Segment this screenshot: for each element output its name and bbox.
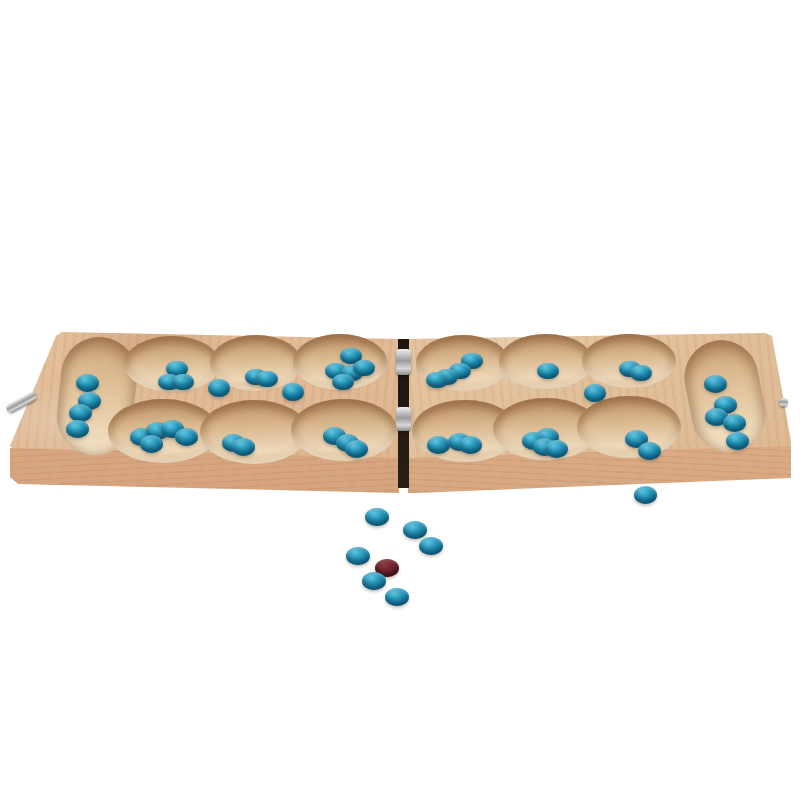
bead-teal	[537, 363, 558, 380]
bead-teal	[726, 432, 749, 450]
bead-teal	[353, 360, 374, 377]
bead-teal	[362, 572, 386, 591]
bead-teal	[346, 547, 370, 566]
bead-teal	[365, 508, 389, 527]
bead-teal	[630, 365, 651, 382]
bead-teal	[704, 375, 727, 393]
bead-teal	[256, 371, 277, 388]
bead-teal	[403, 521, 427, 540]
bead-teal	[723, 414, 746, 432]
bead-teal	[332, 374, 353, 391]
bead-teal	[385, 588, 409, 607]
bead-teal	[76, 374, 99, 392]
bead-teal	[66, 420, 89, 438]
bead-teal	[545, 440, 568, 458]
bead-teal	[175, 428, 198, 446]
bead-teal	[584, 384, 606, 401]
bead-teal	[419, 537, 443, 556]
bead-teal	[208, 379, 230, 396]
bead-teal	[140, 435, 163, 453]
bead-teal	[459, 436, 482, 454]
bead-teal	[172, 374, 193, 391]
mancala-scene	[0, 0, 800, 800]
bead-teal	[282, 383, 304, 400]
bead-teal	[427, 436, 450, 454]
bead-teal	[232, 438, 255, 456]
bead-teal	[426, 372, 447, 389]
bead-teal	[634, 486, 657, 504]
bead-teal	[638, 442, 661, 460]
beads-layer	[0, 0, 800, 800]
bead-teal	[345, 440, 368, 458]
